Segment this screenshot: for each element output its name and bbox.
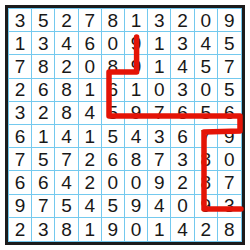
cell-r6c8: 6 — [171, 125, 194, 148]
cell-r5c8: 6 — [171, 102, 194, 125]
cell-r7c10: 0 — [218, 148, 241, 171]
cell-r7c8: 3 — [171, 148, 194, 171]
cell-r6c7: 3 — [148, 125, 171, 148]
cell-r1c9: 0 — [195, 9, 218, 32]
cell-r8c3: 4 — [55, 171, 78, 194]
cell-r4c9: 0 — [195, 79, 218, 102]
cell-r2c2: 3 — [32, 32, 55, 55]
cell-r5c5: 5 — [102, 102, 125, 125]
cell-r6c10: 9 — [218, 125, 241, 148]
cell-r8c7: 9 — [148, 171, 171, 194]
cell-r1c3: 2 — [55, 9, 78, 32]
cell-r2c6: 9 — [125, 32, 148, 55]
number-grid: 3527813209134609134578208914572681610305… — [8, 8, 242, 242]
cell-r4c6: 1 — [125, 79, 148, 102]
cell-r3c4: 0 — [79, 55, 102, 78]
cell-r5c9: 5 — [195, 102, 218, 125]
cell-r3c5: 8 — [102, 55, 125, 78]
cell-r10c3: 8 — [55, 218, 78, 241]
cell-r2c10: 5 — [218, 32, 241, 55]
cell-r10c6: 0 — [125, 218, 148, 241]
cell-r10c4: 1 — [79, 218, 102, 241]
cell-r2c4: 6 — [79, 32, 102, 55]
cell-r9c4: 4 — [79, 195, 102, 218]
cell-r8c9: 8 — [195, 171, 218, 194]
cell-r7c9: 8 — [195, 148, 218, 171]
cell-r8c1: 6 — [9, 171, 32, 194]
cell-r10c2: 3 — [32, 218, 55, 241]
cell-r3c2: 8 — [32, 55, 55, 78]
cell-r3c9: 5 — [195, 55, 218, 78]
cell-r9c6: 9 — [125, 195, 148, 218]
cell-r3c3: 2 — [55, 55, 78, 78]
cell-r2c7: 1 — [148, 32, 171, 55]
cell-r4c5: 6 — [102, 79, 125, 102]
cell-r9c8: 0 — [171, 195, 194, 218]
cell-r1c5: 8 — [102, 9, 125, 32]
puzzle-page: 3527813209134609134578208914572681610305… — [0, 0, 250, 250]
cell-r4c7: 0 — [148, 79, 171, 102]
cell-r6c4: 1 — [79, 125, 102, 148]
cell-r8c2: 6 — [32, 171, 55, 194]
cell-r5c1: 3 — [9, 102, 32, 125]
cell-r2c8: 3 — [171, 32, 194, 55]
cell-r1c1: 3 — [9, 9, 32, 32]
cell-r9c5: 5 — [102, 195, 125, 218]
cell-r6c5: 5 — [102, 125, 125, 148]
cell-r5c6: 9 — [125, 102, 148, 125]
cell-r9c9: 9 — [195, 195, 218, 218]
cell-r1c10: 9 — [218, 9, 241, 32]
puzzle-board: 3527813209134609134578208914572681610305… — [5, 5, 245, 245]
cell-r2c3: 4 — [55, 32, 78, 55]
cell-r6c6: 4 — [125, 125, 148, 148]
cell-r5c7: 7 — [148, 102, 171, 125]
cell-r1c6: 1 — [125, 9, 148, 32]
cell-r4c2: 6 — [32, 79, 55, 102]
cell-r5c10: 6 — [218, 102, 241, 125]
cell-r8c8: 2 — [171, 171, 194, 194]
cell-r4c3: 8 — [55, 79, 78, 102]
cell-r8c6: 0 — [125, 171, 148, 194]
cell-r8c4: 2 — [79, 171, 102, 194]
cell-r1c7: 3 — [148, 9, 171, 32]
cell-r6c2: 1 — [32, 125, 55, 148]
cell-r3c8: 4 — [171, 55, 194, 78]
cell-r8c10: 7 — [218, 171, 241, 194]
cell-r7c7: 7 — [148, 148, 171, 171]
cell-r1c8: 2 — [171, 9, 194, 32]
cell-r7c3: 7 — [55, 148, 78, 171]
cell-r6c1: 6 — [9, 125, 32, 148]
cell-r3c10: 7 — [218, 55, 241, 78]
cell-r10c10: 8 — [218, 218, 241, 241]
cell-r5c2: 2 — [32, 102, 55, 125]
cell-r8c5: 0 — [102, 171, 125, 194]
cell-r9c10: 3 — [218, 195, 241, 218]
cell-r5c3: 8 — [55, 102, 78, 125]
cell-r9c3: 5 — [55, 195, 78, 218]
cell-r4c4: 1 — [79, 79, 102, 102]
cell-r7c4: 2 — [79, 148, 102, 171]
cell-r3c6: 9 — [125, 55, 148, 78]
cell-r2c5: 0 — [102, 32, 125, 55]
cell-r9c2: 7 — [32, 195, 55, 218]
cell-r9c7: 4 — [148, 195, 171, 218]
cell-r4c1: 2 — [9, 79, 32, 102]
cell-r6c3: 4 — [55, 125, 78, 148]
cell-r7c6: 8 — [125, 148, 148, 171]
cell-r7c2: 5 — [32, 148, 55, 171]
cell-r5c4: 4 — [79, 102, 102, 125]
cell-r7c5: 6 — [102, 148, 125, 171]
cell-r4c8: 3 — [171, 79, 194, 102]
cell-r10c5: 9 — [102, 218, 125, 241]
cell-r10c1: 2 — [9, 218, 32, 241]
cell-r3c1: 7 — [9, 55, 32, 78]
cell-r6c9: 7 — [195, 125, 218, 148]
cell-r1c4: 7 — [79, 9, 102, 32]
cell-r10c8: 4 — [171, 218, 194, 241]
cell-r4c10: 5 — [218, 79, 241, 102]
cell-r9c1: 9 — [9, 195, 32, 218]
cell-r2c9: 4 — [195, 32, 218, 55]
cell-r10c7: 1 — [148, 218, 171, 241]
cell-r7c1: 7 — [9, 148, 32, 171]
cell-r1c2: 5 — [32, 9, 55, 32]
cell-r3c7: 1 — [148, 55, 171, 78]
cell-r10c9: 2 — [195, 218, 218, 241]
cell-r2c1: 1 — [9, 32, 32, 55]
